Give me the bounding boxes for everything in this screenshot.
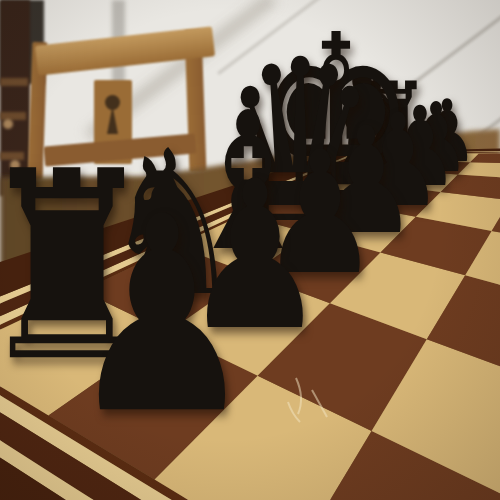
black-pawn-a7: ♟ [68,181,257,451]
chess-set-photo: ♜♟♞♟♝♟♚♟♛♟♝♟♞♟♜♟ [0,0,500,500]
